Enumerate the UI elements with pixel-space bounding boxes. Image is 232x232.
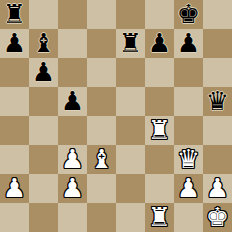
square-g6[interactable] — [174, 58, 203, 87]
black-king[interactable]: ♚ — [177, 1, 200, 27]
square-h2[interactable]: ♟ — [203, 174, 232, 203]
square-a8[interactable]: ♜ — [0, 0, 29, 29]
white-bishop[interactable]: ♝ — [90, 146, 113, 172]
square-h4[interactable] — [203, 116, 232, 145]
square-e2[interactable] — [116, 174, 145, 203]
square-a5[interactable] — [0, 87, 29, 116]
square-d7[interactable] — [87, 29, 116, 58]
white-pawn[interactable]: ♟ — [3, 175, 26, 201]
black-pawn[interactable]: ♟ — [177, 30, 200, 56]
white-pawn[interactable]: ♟ — [61, 146, 84, 172]
square-f5[interactable] — [145, 87, 174, 116]
square-h1[interactable]: ♚ — [203, 203, 232, 232]
square-b6[interactable]: ♟ — [29, 58, 58, 87]
square-c5[interactable]: ♟ — [58, 87, 87, 116]
square-f6[interactable] — [145, 58, 174, 87]
square-c8[interactable] — [58, 0, 87, 29]
black-rook[interactable]: ♜ — [119, 30, 142, 56]
square-d3[interactable]: ♝ — [87, 145, 116, 174]
square-c6[interactable] — [58, 58, 87, 87]
square-c1[interactable] — [58, 203, 87, 232]
square-a6[interactable] — [0, 58, 29, 87]
square-g5[interactable] — [174, 87, 203, 116]
square-a4[interactable] — [0, 116, 29, 145]
square-a3[interactable] — [0, 145, 29, 174]
white-rook[interactable]: ♜ — [148, 117, 171, 143]
chess-board: ♜♚♟♝♜♟♟♟♟♛♜♟♝♛♟♟♟♟♜♚ — [0, 0, 232, 232]
square-b5[interactable] — [29, 87, 58, 116]
square-g4[interactable] — [174, 116, 203, 145]
square-e3[interactable] — [116, 145, 145, 174]
square-e1[interactable] — [116, 203, 145, 232]
square-d8[interactable] — [87, 0, 116, 29]
square-h6[interactable] — [203, 58, 232, 87]
square-c4[interactable] — [58, 116, 87, 145]
square-a1[interactable] — [0, 203, 29, 232]
square-e4[interactable] — [116, 116, 145, 145]
square-h5[interactable]: ♛ — [203, 87, 232, 116]
black-rook[interactable]: ♜ — [3, 1, 26, 27]
white-pawn[interactable]: ♟ — [177, 175, 200, 201]
square-f1[interactable]: ♜ — [145, 203, 174, 232]
square-b7[interactable]: ♝ — [29, 29, 58, 58]
black-pawn[interactable]: ♟ — [148, 30, 171, 56]
square-h3[interactable] — [203, 145, 232, 174]
square-b4[interactable] — [29, 116, 58, 145]
square-c3[interactable]: ♟ — [58, 145, 87, 174]
white-pawn[interactable]: ♟ — [61, 175, 84, 201]
square-f2[interactable] — [145, 174, 174, 203]
square-e8[interactable] — [116, 0, 145, 29]
white-pawn[interactable]: ♟ — [206, 175, 229, 201]
square-b8[interactable] — [29, 0, 58, 29]
square-b2[interactable] — [29, 174, 58, 203]
white-queen[interactable]: ♛ — [177, 146, 200, 172]
square-h7[interactable] — [203, 29, 232, 58]
square-e5[interactable] — [116, 87, 145, 116]
square-d5[interactable] — [87, 87, 116, 116]
square-b3[interactable] — [29, 145, 58, 174]
square-b1[interactable] — [29, 203, 58, 232]
square-d2[interactable] — [87, 174, 116, 203]
square-f8[interactable] — [145, 0, 174, 29]
square-d1[interactable] — [87, 203, 116, 232]
white-rook[interactable]: ♜ — [148, 204, 171, 230]
square-a7[interactable]: ♟ — [0, 29, 29, 58]
black-pawn[interactable]: ♟ — [3, 30, 26, 56]
black-bishop[interactable]: ♝ — [32, 30, 55, 56]
black-pawn[interactable]: ♟ — [32, 59, 55, 85]
square-d6[interactable] — [87, 58, 116, 87]
square-d4[interactable] — [87, 116, 116, 145]
square-e7[interactable]: ♜ — [116, 29, 145, 58]
square-e6[interactable] — [116, 58, 145, 87]
square-f3[interactable] — [145, 145, 174, 174]
square-a2[interactable]: ♟ — [0, 174, 29, 203]
square-h8[interactable] — [203, 0, 232, 29]
square-g2[interactable]: ♟ — [174, 174, 203, 203]
black-pawn[interactable]: ♟ — [61, 88, 84, 114]
square-c2[interactable]: ♟ — [58, 174, 87, 203]
square-f7[interactable]: ♟ — [145, 29, 174, 58]
black-queen[interactable]: ♛ — [206, 88, 229, 114]
square-f4[interactable]: ♜ — [145, 116, 174, 145]
square-g8[interactable]: ♚ — [174, 0, 203, 29]
square-c7[interactable] — [58, 29, 87, 58]
square-g1[interactable] — [174, 203, 203, 232]
square-g3[interactable]: ♛ — [174, 145, 203, 174]
white-king[interactable]: ♚ — [206, 204, 229, 230]
square-g7[interactable]: ♟ — [174, 29, 203, 58]
